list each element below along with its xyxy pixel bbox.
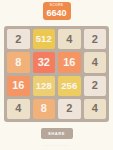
tile-r2c0: 16	[7, 76, 30, 96]
score-badge: SCORE 6640	[43, 2, 71, 20]
tile-r0c1: 512	[33, 29, 56, 49]
tile-r1c3: 4	[84, 52, 107, 72]
tile-r3c3: 4	[84, 99, 107, 119]
tile-r0c0: 2	[7, 29, 30, 49]
tile-r3c2: 2	[58, 99, 81, 119]
tile-r2c2: 256	[58, 76, 81, 96]
game-board[interactable]: 2512428321641612825624824	[4, 26, 109, 122]
tile-r0c2: 4	[58, 29, 81, 49]
share-button[interactable]: SHARE	[41, 128, 73, 139]
tile-r1c0: 8	[7, 52, 30, 72]
tile-r0c3: 2	[84, 29, 107, 49]
tile-r3c0: 4	[7, 99, 30, 119]
page-dots: ···········	[0, 143, 113, 148]
tile-r1c1: 32	[33, 52, 56, 72]
tile-r3c1: 8	[33, 99, 56, 119]
app-screen: SCORE 6640 2512428321641612825624824 SHA…	[0, 0, 113, 150]
tile-r2c3: 2	[84, 76, 107, 96]
tile-r2c1: 128	[33, 76, 56, 96]
score-value: 6640	[46, 9, 66, 18]
tile-r1c2: 16	[58, 52, 81, 72]
